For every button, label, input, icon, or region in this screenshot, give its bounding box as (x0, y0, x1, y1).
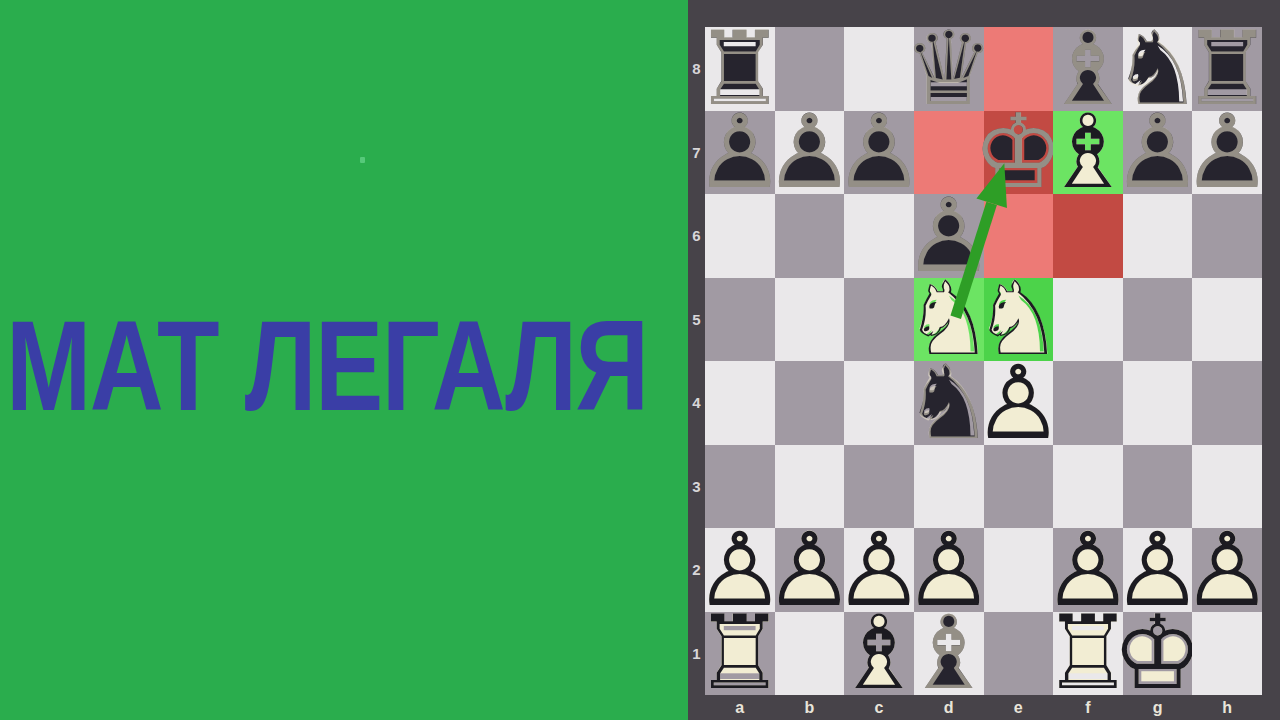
square-g3[interactable] (1123, 445, 1193, 529)
page-title: МАТ ЛЕГАЛЯ (6, 302, 648, 430)
black-queen-outline: ♕ (914, 27, 984, 111)
rank-label-6: 6 (688, 194, 705, 278)
square-c5[interactable] (844, 278, 914, 362)
piece-white-pawn-e4[interactable]: ♟♙ (984, 361, 1054, 445)
square-e8[interactable] (984, 27, 1054, 111)
square-c1[interactable]: ♝♗ (844, 612, 914, 696)
rank-label-2: 2 (688, 528, 705, 612)
white-pawn-glyph: ♟ (844, 528, 914, 612)
white-knight-outline: ♘ (914, 278, 984, 362)
square-e7[interactable]: ♚♔ (984, 111, 1054, 195)
square-b5[interactable] (775, 278, 845, 362)
square-a1[interactable]: ♜♖ (705, 612, 775, 696)
white-knight-glyph: ♞ (914, 278, 984, 362)
board: ♜♖♛♕♝♗♞♘♜♖♟♙♟♙♟♙♚♔♝♗♟♙♟♙♟♙♞♘♞♘♞♘♟♙♟♙♟♙♟♙… (705, 27, 1262, 695)
square-f2[interactable]: ♟♙ (1053, 528, 1123, 612)
black-pawn-glyph: ♟ (914, 194, 984, 278)
square-d7[interactable] (914, 111, 984, 195)
piece-white-king-g1[interactable]: ♚♔ (1123, 612, 1193, 696)
file-label-e: e (984, 695, 1054, 720)
white-bishop-outline: ♗ (1053, 111, 1123, 195)
black-king-glyph: ♚ (984, 111, 1054, 195)
white-bishop-glyph: ♝ (1053, 111, 1123, 195)
black-pawn-glyph: ♟ (1123, 111, 1193, 195)
black-rook-glyph: ♜ (1192, 27, 1262, 111)
black-bishop-outline: ♗ (1053, 27, 1123, 111)
piece-black-knight-g8[interactable]: ♞♘ (1123, 27, 1193, 111)
piece-black-king-e7[interactable]: ♚♔ (984, 111, 1054, 195)
piece-white-knight-e5[interactable]: ♞♘ (984, 278, 1054, 362)
piece-black-knight-d4[interactable]: ♞♘ (914, 361, 984, 445)
square-d8[interactable]: ♛♕ (914, 27, 984, 111)
piece-black-pawn-h7[interactable]: ♟♙ (1192, 111, 1262, 195)
black-knight-glyph: ♞ (1123, 27, 1193, 111)
square-g7[interactable]: ♟♙ (1123, 111, 1193, 195)
black-pawn-outline: ♙ (775, 111, 845, 195)
square-g2[interactable]: ♟♙ (1123, 528, 1193, 612)
piece-white-pawn-b2[interactable]: ♟♙ (775, 528, 845, 612)
square-f8[interactable]: ♝♗ (1053, 27, 1123, 111)
square-a4[interactable] (705, 361, 775, 445)
file-label-h: h (1192, 695, 1262, 720)
square-d3[interactable] (914, 445, 984, 529)
black-pawn-glyph: ♟ (1192, 111, 1262, 195)
file-label-c: c (844, 695, 914, 720)
rank-label-5: 5 (688, 278, 705, 362)
square-c3[interactable] (844, 445, 914, 529)
piece-white-pawn-c2[interactable]: ♟♙ (844, 528, 914, 612)
white-pawn-glyph: ♟ (1053, 528, 1123, 612)
piece-white-rook-a1[interactable]: ♜♖ (705, 612, 775, 696)
square-f7[interactable]: ♝♗ (1053, 111, 1123, 195)
white-rook-glyph: ♜ (1053, 612, 1123, 696)
piece-white-pawn-a2[interactable]: ♟♙ (705, 528, 775, 612)
square-b7[interactable]: ♟♙ (775, 111, 845, 195)
white-king-outline: ♔ (1123, 612, 1193, 696)
square-d1[interactable]: ♝♗ (914, 612, 984, 696)
square-g1[interactable]: ♚♔ (1123, 612, 1193, 696)
black-knight-glyph: ♞ (914, 361, 984, 445)
square-e4[interactable]: ♟♙ (984, 361, 1054, 445)
black-pawn-outline: ♙ (1123, 111, 1193, 195)
white-rook-outline: ♖ (1053, 612, 1123, 696)
square-d4[interactable]: ♞♘ (914, 361, 984, 445)
white-rook-glyph: ♜ (705, 612, 775, 696)
square-h1[interactable] (1192, 612, 1262, 696)
square-h5[interactable] (1192, 278, 1262, 362)
black-king-outline: ♔ (984, 111, 1054, 195)
square-h2[interactable]: ♟♙ (1192, 528, 1262, 612)
green-dot-artifact (360, 157, 365, 163)
piece-white-rook-f1[interactable]: ♜♖ (1053, 612, 1123, 696)
square-h3[interactable] (1192, 445, 1262, 529)
white-pawn-glyph: ♟ (984, 361, 1054, 445)
white-pawn-outline: ♙ (844, 528, 914, 612)
piece-black-pawn-g7[interactable]: ♟♙ (1123, 111, 1193, 195)
square-b1[interactable] (775, 612, 845, 696)
square-b6[interactable] (775, 194, 845, 278)
rank-label-1: 1 (688, 612, 705, 696)
rank-label-4: 4 (688, 361, 705, 445)
piece-black-rook-a8[interactable]: ♜♖ (705, 27, 775, 111)
piece-white-pawn-d2[interactable]: ♟♙ (914, 528, 984, 612)
white-bishop-glyph: ♝ (844, 612, 914, 696)
square-c4[interactable] (844, 361, 914, 445)
white-pawn-outline: ♙ (984, 361, 1054, 445)
square-c7[interactable]: ♟♙ (844, 111, 914, 195)
white-bishop-outline: ♗ (844, 612, 914, 696)
black-bishop-outline: ♗ (914, 612, 984, 696)
file-label-b: b (775, 695, 845, 720)
square-f1[interactable]: ♜♖ (1053, 612, 1123, 696)
square-a6[interactable] (705, 194, 775, 278)
piece-white-pawn-h2[interactable]: ♟♙ (1192, 528, 1262, 612)
file-label-a: a (705, 695, 775, 720)
black-knight-outline: ♘ (1123, 27, 1193, 111)
black-pawn-outline: ♙ (1192, 111, 1262, 195)
square-d2[interactable]: ♟♙ (914, 528, 984, 612)
white-pawn-glyph: ♟ (914, 528, 984, 612)
square-a7[interactable]: ♟♙ (705, 111, 775, 195)
square-a8[interactable]: ♜♖ (705, 27, 775, 111)
square-f3[interactable] (1053, 445, 1123, 529)
piece-white-knight-d5[interactable]: ♞♘ (914, 278, 984, 362)
square-h6[interactable] (1192, 194, 1262, 278)
square-f4[interactable] (1053, 361, 1123, 445)
square-h7[interactable]: ♟♙ (1192, 111, 1262, 195)
square-g5[interactable] (1123, 278, 1193, 362)
piece-white-pawn-g2[interactable]: ♟♙ (1123, 528, 1193, 612)
white-pawn-glyph: ♟ (1123, 528, 1193, 612)
file-label-g: g (1123, 695, 1193, 720)
rank-label-8: 8 (688, 27, 705, 111)
file-label-d: d (914, 695, 984, 720)
square-h8[interactable]: ♜♖ (1192, 27, 1262, 111)
square-e5[interactable]: ♞♘ (984, 278, 1054, 362)
square-e1[interactable] (984, 612, 1054, 696)
piece-black-bishop-d1[interactable]: ♝♗ (914, 612, 984, 696)
black-rook-glyph: ♜ (705, 27, 775, 111)
square-h4[interactable] (1192, 361, 1262, 445)
square-b4[interactable] (775, 361, 845, 445)
square-e6[interactable] (984, 194, 1054, 278)
square-g6[interactable] (1123, 194, 1193, 278)
piece-white-bishop-f7[interactable]: ♝♗ (1053, 111, 1123, 195)
board-panel: ♜♖♛♕♝♗♞♘♜♖♟♙♟♙♟♙♚♔♝♗♟♙♟♙♟♙♞♘♞♘♞♘♟♙♟♙♟♙♟♙… (688, 0, 1280, 720)
square-c8[interactable] (844, 27, 914, 111)
black-knight-outline: ♘ (914, 361, 984, 445)
square-b3[interactable] (775, 445, 845, 529)
square-b8[interactable] (775, 27, 845, 111)
white-pawn-outline: ♙ (775, 528, 845, 612)
black-pawn-glyph: ♟ (705, 111, 775, 195)
white-pawn-glyph: ♟ (705, 528, 775, 612)
piece-black-pawn-b7[interactable]: ♟♙ (775, 111, 845, 195)
square-a3[interactable] (705, 445, 775, 529)
white-king-glyph: ♚ (1123, 612, 1193, 696)
square-g8[interactable]: ♞♘ (1123, 27, 1193, 111)
square-d5[interactable]: ♞♘ (914, 278, 984, 362)
white-knight-outline: ♘ (984, 278, 1054, 362)
file-label-f: f (1053, 695, 1123, 720)
square-a2[interactable]: ♟♙ (705, 528, 775, 612)
rank-label-3: 3 (688, 445, 705, 529)
piece-white-bishop-c1[interactable]: ♝♗ (844, 612, 914, 696)
black-pawn-outline: ♙ (914, 194, 984, 278)
piece-white-pawn-f2[interactable]: ♟♙ (1053, 528, 1123, 612)
black-pawn-outline: ♙ (844, 111, 914, 195)
piece-black-bishop-f8[interactable]: ♝♗ (1053, 27, 1123, 111)
piece-black-rook-h8[interactable]: ♜♖ (1192, 27, 1262, 111)
white-pawn-outline: ♙ (705, 528, 775, 612)
white-pawn-glyph: ♟ (775, 528, 845, 612)
square-c2[interactable]: ♟♙ (844, 528, 914, 612)
white-pawn-outline: ♙ (1192, 528, 1262, 612)
square-d6[interactable]: ♟♙ (914, 194, 984, 278)
square-f5[interactable] (1053, 278, 1123, 362)
black-pawn-glyph: ♟ (844, 111, 914, 195)
black-bishop-glyph: ♝ (914, 612, 984, 696)
white-knight-glyph: ♞ (984, 278, 1054, 362)
square-e2[interactable] (984, 528, 1054, 612)
piece-black-queen-d8[interactable]: ♛♕ (914, 27, 984, 111)
white-rook-outline: ♖ (705, 612, 775, 696)
white-pawn-outline: ♙ (1123, 528, 1193, 612)
white-pawn-outline: ♙ (1053, 528, 1123, 612)
square-g4[interactable] (1123, 361, 1193, 445)
square-a5[interactable] (705, 278, 775, 362)
square-c6[interactable] (844, 194, 914, 278)
black-rook-outline: ♖ (705, 27, 775, 111)
piece-black-pawn-d6[interactable]: ♟♙ (914, 194, 984, 278)
square-e3[interactable] (984, 445, 1054, 529)
square-f6[interactable] (1053, 194, 1123, 278)
white-pawn-glyph: ♟ (1192, 528, 1262, 612)
rank-label-7: 7 (688, 111, 705, 195)
black-bishop-glyph: ♝ (1053, 27, 1123, 111)
black-rook-outline: ♖ (1192, 27, 1262, 111)
left-panel: МАТ ЛЕГАЛЯ (0, 0, 688, 720)
piece-black-pawn-a7[interactable]: ♟♙ (705, 111, 775, 195)
square-b2[interactable]: ♟♙ (775, 528, 845, 612)
black-pawn-outline: ♙ (705, 111, 775, 195)
piece-black-pawn-c7[interactable]: ♟♙ (844, 111, 914, 195)
black-queen-glyph: ♛ (914, 27, 984, 111)
white-pawn-outline: ♙ (914, 528, 984, 612)
black-pawn-glyph: ♟ (775, 111, 845, 195)
